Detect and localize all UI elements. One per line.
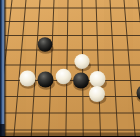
black-stone[interactable] (73, 73, 89, 89)
go-board[interactable] (0, 0, 140, 136)
black-stone[interactable] (38, 72, 54, 88)
black-stone[interactable] (38, 37, 53, 52)
white-stone[interactable] (20, 71, 36, 87)
go-board-surface[interactable] (0, 0, 140, 136)
white-stone[interactable] (56, 69, 72, 85)
window-edge-strip-bottom (0, 124, 5, 136)
wood-grain-streak (128, 0, 133, 136)
board-bottom-edge-shadow (0, 133, 140, 137)
wood-grain-streak (104, 0, 111, 136)
white-stone[interactable] (74, 54, 89, 69)
wood-grain-streak (58, 0, 67, 136)
white-stone[interactable] (89, 86, 105, 102)
window-edge-strip (0, 0, 5, 136)
white-stone[interactable] (90, 71, 106, 87)
wood-grain-streak (20, 0, 26, 136)
